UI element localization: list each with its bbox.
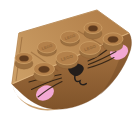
stud-front-1: [34, 62, 55, 82]
stud-back-4: [84, 22, 102, 39]
stud-front-3: LEGO: [80, 41, 101, 58]
brick: LEGOLEGOLEGOLEGO: [12, 10, 131, 110]
stud-back-1: [15, 52, 33, 69]
stud-back-3: LEGO: [61, 31, 80, 46]
stud-back-2: LEGO: [38, 41, 57, 56]
lego-brick-illustration: LEGOLEGOLEGOLEGO: [0, 0, 135, 135]
stud-front-2: LEGO: [56, 51, 78, 69]
product-image: LEGOLEGOLEGOLEGO: [0, 0, 135, 135]
stud-front-4: [103, 33, 123, 52]
